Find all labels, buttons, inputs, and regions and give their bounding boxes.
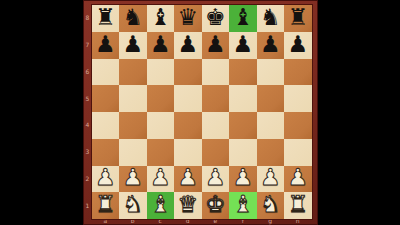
chess-board-frame: 87654321 abcdefgh ♜♞♝♛♚♝♞♜♟♟♟♟♟♟♟♟♟♟♟♟♟♟… bbox=[83, 0, 318, 225]
square-h1[interactable]: ♜ bbox=[284, 192, 312, 219]
piece-white-rook[interactable]: ♜ bbox=[95, 193, 116, 216]
square-g8[interactable]: ♞ bbox=[257, 5, 285, 32]
square-f5[interactable] bbox=[229, 85, 257, 112]
square-h8[interactable]: ♜ bbox=[284, 5, 312, 32]
square-h5[interactable] bbox=[284, 85, 312, 112]
piece-white-pawn[interactable]: ♟ bbox=[150, 166, 171, 189]
square-h2[interactable]: ♟ bbox=[284, 166, 312, 193]
square-b3[interactable] bbox=[119, 139, 147, 166]
chess-board: ♜♞♝♛♚♝♞♜♟♟♟♟♟♟♟♟♟♟♟♟♟♟♟♟♜♞♝♛♚♝♞♜ bbox=[92, 5, 312, 219]
square-e2[interactable]: ♟ bbox=[202, 166, 230, 193]
piece-white-knight[interactable]: ♞ bbox=[260, 193, 281, 216]
piece-white-rook[interactable]: ♜ bbox=[287, 193, 308, 216]
square-f8[interactable]: ♝ bbox=[229, 5, 257, 32]
square-a4[interactable] bbox=[92, 112, 120, 139]
square-e3[interactable] bbox=[202, 139, 230, 166]
square-e7[interactable]: ♟ bbox=[202, 32, 230, 59]
square-d5[interactable] bbox=[174, 85, 202, 112]
square-g6[interactable] bbox=[257, 59, 285, 86]
piece-white-pawn[interactable]: ♟ bbox=[232, 166, 253, 189]
piece-white-pawn[interactable]: ♟ bbox=[205, 166, 226, 189]
piece-black-pawn[interactable]: ♟ bbox=[150, 33, 171, 56]
square-e1[interactable]: ♚ bbox=[202, 192, 230, 219]
piece-white-queen[interactable]: ♛ bbox=[177, 193, 198, 216]
square-c8[interactable]: ♝ bbox=[147, 5, 175, 32]
square-d6[interactable] bbox=[174, 59, 202, 86]
square-h7[interactable]: ♟ bbox=[284, 32, 312, 59]
square-d4[interactable] bbox=[174, 112, 202, 139]
square-h4[interactable] bbox=[284, 112, 312, 139]
square-b5[interactable] bbox=[119, 85, 147, 112]
piece-black-bishop[interactable]: ♝ bbox=[232, 6, 253, 29]
piece-white-knight[interactable]: ♞ bbox=[122, 193, 143, 216]
piece-black-knight[interactable]: ♞ bbox=[260, 6, 281, 29]
square-c3[interactable] bbox=[147, 139, 175, 166]
piece-black-pawn[interactable]: ♟ bbox=[95, 33, 116, 56]
piece-black-knight[interactable]: ♞ bbox=[122, 6, 143, 29]
square-d3[interactable] bbox=[174, 139, 202, 166]
square-h3[interactable] bbox=[284, 139, 312, 166]
square-g7[interactable]: ♟ bbox=[257, 32, 285, 59]
square-c5[interactable] bbox=[147, 85, 175, 112]
square-a1[interactable]: ♜ bbox=[92, 192, 120, 219]
piece-black-bishop[interactable]: ♝ bbox=[150, 6, 171, 29]
square-b2[interactable]: ♟ bbox=[119, 166, 147, 193]
piece-black-pawn[interactable]: ♟ bbox=[232, 33, 253, 56]
left-letterbox bbox=[0, 0, 83, 225]
square-b7[interactable]: ♟ bbox=[119, 32, 147, 59]
piece-black-rook[interactable]: ♜ bbox=[287, 6, 308, 29]
piece-white-pawn[interactable]: ♟ bbox=[95, 166, 116, 189]
piece-black-king[interactable]: ♚ bbox=[205, 6, 226, 29]
piece-black-pawn[interactable]: ♟ bbox=[205, 33, 226, 56]
square-c4[interactable] bbox=[147, 112, 175, 139]
square-a6[interactable] bbox=[92, 59, 120, 86]
square-b6[interactable] bbox=[119, 59, 147, 86]
piece-white-pawn[interactable]: ♟ bbox=[177, 166, 198, 189]
square-g2[interactable]: ♟ bbox=[257, 166, 285, 193]
square-b1[interactable]: ♞ bbox=[119, 192, 147, 219]
piece-black-pawn[interactable]: ♟ bbox=[287, 33, 308, 56]
square-f1[interactable]: ♝ bbox=[229, 192, 257, 219]
rank-label-6: 6 bbox=[84, 59, 92, 86]
right-letterbox bbox=[318, 0, 400, 225]
piece-black-rook[interactable]: ♜ bbox=[95, 6, 116, 29]
square-g3[interactable] bbox=[257, 139, 285, 166]
square-h6[interactable] bbox=[284, 59, 312, 86]
piece-white-pawn[interactable]: ♟ bbox=[287, 166, 308, 189]
piece-white-bishop[interactable]: ♝ bbox=[232, 193, 253, 216]
square-c2[interactable]: ♟ bbox=[147, 166, 175, 193]
rank-label-2: 2 bbox=[84, 166, 92, 193]
piece-black-pawn[interactable]: ♟ bbox=[177, 33, 198, 56]
square-g1[interactable]: ♞ bbox=[257, 192, 285, 219]
rank-label-5: 5 bbox=[84, 85, 92, 112]
rank-labels: 87654321 bbox=[84, 5, 92, 219]
square-e5[interactable] bbox=[202, 85, 230, 112]
square-a7[interactable]: ♟ bbox=[92, 32, 120, 59]
square-d1[interactable]: ♛ bbox=[174, 192, 202, 219]
square-c7[interactable]: ♟ bbox=[147, 32, 175, 59]
square-c6[interactable] bbox=[147, 59, 175, 86]
square-g4[interactable] bbox=[257, 112, 285, 139]
rank-label-1: 1 bbox=[84, 192, 92, 219]
square-f7[interactable]: ♟ bbox=[229, 32, 257, 59]
square-e6[interactable] bbox=[202, 59, 230, 86]
square-d2[interactable]: ♟ bbox=[174, 166, 202, 193]
square-b4[interactable] bbox=[119, 112, 147, 139]
rank-label-8: 8 bbox=[84, 5, 92, 32]
piece-black-pawn[interactable]: ♟ bbox=[122, 33, 143, 56]
piece-white-pawn[interactable]: ♟ bbox=[122, 166, 143, 189]
piece-white-bishop[interactable]: ♝ bbox=[150, 193, 171, 216]
square-d7[interactable]: ♟ bbox=[174, 32, 202, 59]
square-f6[interactable] bbox=[229, 59, 257, 86]
square-f4[interactable] bbox=[229, 112, 257, 139]
square-f2[interactable]: ♟ bbox=[229, 166, 257, 193]
square-b8[interactable]: ♞ bbox=[119, 5, 147, 32]
square-f3[interactable] bbox=[229, 139, 257, 166]
square-c1[interactable]: ♝ bbox=[147, 192, 175, 219]
rank-label-7: 7 bbox=[84, 32, 92, 59]
square-d8[interactable]: ♛ bbox=[174, 5, 202, 32]
square-a8[interactable]: ♜ bbox=[92, 5, 120, 32]
square-a5[interactable] bbox=[92, 85, 120, 112]
square-a3[interactable] bbox=[92, 139, 120, 166]
square-e4[interactable] bbox=[202, 112, 230, 139]
square-e8[interactable]: ♚ bbox=[202, 5, 230, 32]
piece-black-queen[interactable]: ♛ bbox=[177, 6, 198, 29]
piece-white-king[interactable]: ♚ bbox=[205, 193, 226, 216]
piece-black-pawn[interactable]: ♟ bbox=[260, 33, 281, 56]
rank-label-3: 3 bbox=[84, 139, 92, 166]
square-a2[interactable]: ♟ bbox=[92, 166, 120, 193]
square-g5[interactable] bbox=[257, 85, 285, 112]
rank-label-4: 4 bbox=[84, 112, 92, 139]
piece-white-pawn[interactable]: ♟ bbox=[260, 166, 281, 189]
